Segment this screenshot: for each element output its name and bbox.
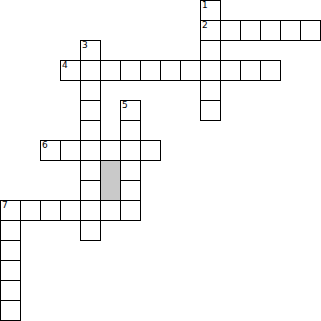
answer-cell-c10-r4[interactable] [200,80,221,101]
answer-cell-c6-r7[interactable] [120,140,141,161]
answer-cell-c4-r3[interactable] [80,60,101,81]
answer-cell-c7-r3[interactable] [140,60,161,81]
answer-cell-c0-r12[interactable] [0,240,21,261]
answer-cell-c4-r7[interactable] [80,140,101,161]
answer-cell-c4-r6[interactable] [80,120,101,141]
answer-cell-c3-r3[interactable] [60,60,81,81]
answer-cell-c5-r3[interactable] [100,60,121,81]
answer-cell-c0-r11[interactable] [0,220,21,241]
answer-cell-c4-r11[interactable] [80,220,101,241]
answer-cell-c6-r6[interactable] [120,120,141,141]
answer-cell-c10-r1[interactable] [200,20,221,41]
answer-cell-c12-r3[interactable] [240,60,261,81]
answer-cell-c6-r3[interactable] [120,60,141,81]
answer-cell-c5-r10[interactable] [100,200,121,221]
answer-cell-c4-r5[interactable] [80,100,101,121]
answer-cell-c2-r7[interactable] [40,140,61,161]
answer-cell-c4-r9[interactable] [80,180,101,201]
answer-cell-c0-r14[interactable] [0,280,21,301]
answer-cell-c0-r10[interactable] [0,200,21,221]
answer-cell-c6-r10[interactable] [120,200,141,221]
answer-cell-c3-r10[interactable] [60,200,81,221]
answer-cell-c13-r3[interactable] [260,60,281,81]
answer-cell-c4-r4[interactable] [80,80,101,101]
answer-cell-c4-r2[interactable] [80,40,101,61]
answer-cell-c11-r3[interactable] [220,60,241,81]
shaded-block-c5-r8 [100,160,121,201]
answer-cell-c1-r10[interactable] [20,200,41,221]
answer-cell-c6-r5[interactable] [120,100,141,121]
answer-cell-c8-r3[interactable] [160,60,181,81]
answer-cell-c6-r8[interactable] [120,160,141,181]
answer-cell-c2-r10[interactable] [40,200,61,221]
answer-cell-c14-r1[interactable] [280,20,301,41]
answer-cell-c5-r7[interactable] [100,140,121,161]
answer-cell-c10-r0[interactable] [200,0,221,21]
answer-cell-c11-r1[interactable] [220,20,241,41]
answer-cell-c10-r3[interactable] [200,60,221,81]
answer-cell-c9-r3[interactable] [180,60,201,81]
crossword-board: 1234567 [0,0,321,321]
answer-cell-c0-r15[interactable] [0,300,21,321]
answer-cell-c4-r8[interactable] [80,160,101,181]
answer-cell-c10-r2[interactable] [200,40,221,61]
answer-cell-c7-r7[interactable] [140,140,161,161]
answer-cell-c0-r13[interactable] [0,260,21,281]
answer-cell-c15-r1[interactable] [300,20,321,41]
answer-cell-c6-r9[interactable] [120,180,141,201]
answer-cell-c4-r10[interactable] [80,200,101,221]
answer-cell-c12-r1[interactable] [240,20,261,41]
answer-cell-c13-r1[interactable] [260,20,281,41]
answer-cell-c3-r7[interactable] [60,140,81,161]
answer-cell-c10-r5[interactable] [200,100,221,121]
